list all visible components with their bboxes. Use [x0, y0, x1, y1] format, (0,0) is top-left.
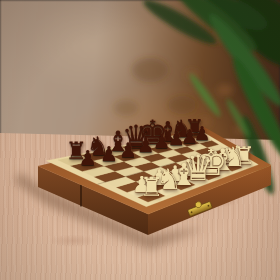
piece-black-pawn-d7: ♟ — [137, 136, 155, 156]
pieces-layer: ♜♞♟♝♟♚♟♛♟♝♟♞♟♟♜♟♟♜♟♟♞♟♝♚♟♛♟♝♟♞♟♜ — [0, 0, 280, 280]
piece-black-pawn-b7: ♟ — [100, 144, 118, 164]
piece-white-rook-a1: ♜ — [140, 174, 164, 200]
piece-black-pawn-e7: ♟ — [153, 132, 171, 152]
photo-scene: ♜♞♟♝♟♚♟♛♟♝♟♞♟♟♜♟♟♜♟♟♞♟♝♚♟♛♟♝♟♞♟♜ — [0, 0, 280, 280]
piece-black-pawn-a7: ♟ — [79, 148, 97, 169]
piece-black-pawn-c7: ♟ — [119, 140, 137, 160]
